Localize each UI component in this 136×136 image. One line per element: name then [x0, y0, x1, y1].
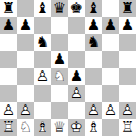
piece-black-pawn: ♟: [0, 17, 17, 34]
square-e5[interactable]: [68, 51, 85, 68]
square-d4[interactable]: ♞♘: [51, 68, 68, 85]
square-a2[interactable]: ♟♙: [0, 102, 17, 119]
piece-black-pawn: ♟: [85, 17, 102, 34]
square-c8[interactable]: ♝: [34, 0, 51, 17]
square-e4[interactable]: ♟: [68, 68, 85, 85]
square-a3[interactable]: [0, 85, 17, 102]
square-f8[interactable]: ♝: [85, 0, 102, 17]
square-g2[interactable]: ♟♙: [102, 102, 119, 119]
square-f3[interactable]: [85, 85, 102, 102]
piece-black-king: ♚: [68, 0, 85, 17]
square-e8[interactable]: ♚: [68, 0, 85, 17]
chess-board: ♜♝♛♚♝♜♟♟♟♟♟♞♞♟♟♙♞♘♟♟♙♟♙♟♙♟♙♟♙♟♙♜♖♞♘♝♗♛♕♚…: [0, 0, 136, 136]
piece-black-bishop: ♝: [85, 0, 102, 17]
square-b4[interactable]: [17, 68, 34, 85]
square-h3[interactable]: [119, 85, 136, 102]
piece-black-pawn: ♟: [51, 51, 68, 68]
square-e3[interactable]: ♟♙: [68, 85, 85, 102]
square-d1[interactable]: ♛♕: [51, 119, 68, 136]
square-g4[interactable]: [102, 68, 119, 85]
piece-black-pawn: ♟: [17, 17, 34, 34]
square-b2[interactable]: ♟♙: [17, 102, 34, 119]
square-e6[interactable]: [68, 34, 85, 51]
piece-black-pawn: ♟: [119, 17, 136, 34]
piece-white-pawn: ♟♙: [85, 102, 102, 119]
piece-black-knight: ♞: [34, 34, 51, 51]
piece-white-pawn: ♟♙: [34, 68, 51, 85]
square-g6[interactable]: [102, 34, 119, 51]
piece-white-pawn: ♟♙: [68, 85, 85, 102]
square-f1[interactable]: ♝♗: [85, 119, 102, 136]
square-g3[interactable]: [102, 85, 119, 102]
piece-black-queen: ♛: [51, 0, 68, 17]
square-b3[interactable]: [17, 85, 34, 102]
piece-white-pawn: ♟♙: [0, 102, 17, 119]
square-c5[interactable]: [34, 51, 51, 68]
square-d5[interactable]: ♟: [51, 51, 68, 68]
square-b6[interactable]: [17, 34, 34, 51]
square-b8[interactable]: [17, 0, 34, 17]
piece-black-rook: ♜: [119, 0, 136, 17]
piece-white-bishop: ♝♗: [34, 119, 51, 136]
piece-black-pawn: ♟: [68, 68, 85, 85]
piece-white-pawn: ♟♙: [119, 102, 136, 119]
square-h8[interactable]: ♜: [119, 0, 136, 17]
square-a1[interactable]: ♜♖: [0, 119, 17, 136]
piece-white-rook: ♜♖: [119, 119, 136, 136]
square-c6[interactable]: ♞: [34, 34, 51, 51]
square-e1[interactable]: ♚♔: [68, 119, 85, 136]
square-g1[interactable]: [102, 119, 119, 136]
square-a8[interactable]: ♜: [0, 0, 17, 17]
square-c2[interactable]: [34, 102, 51, 119]
square-h7[interactable]: ♟: [119, 17, 136, 34]
piece-white-knight: ♞♘: [17, 119, 34, 136]
square-h6[interactable]: [119, 34, 136, 51]
square-a6[interactable]: [0, 34, 17, 51]
square-h1[interactable]: ♜♖: [119, 119, 136, 136]
piece-white-queen: ♛♕: [51, 119, 68, 136]
square-f7[interactable]: ♟: [85, 17, 102, 34]
square-e7[interactable]: [68, 17, 85, 34]
square-d2[interactable]: [51, 102, 68, 119]
square-b5[interactable]: [17, 51, 34, 68]
square-f2[interactable]: ♟♙: [85, 102, 102, 119]
square-a5[interactable]: [0, 51, 17, 68]
square-b7[interactable]: ♟: [17, 17, 34, 34]
piece-white-king: ♚♔: [68, 119, 85, 136]
piece-white-bishop: ♝♗: [85, 119, 102, 136]
square-h5[interactable]: [119, 51, 136, 68]
piece-white-pawn: ♟♙: [102, 102, 119, 119]
square-d8[interactable]: ♛: [51, 0, 68, 17]
square-f5[interactable]: [85, 51, 102, 68]
square-h4[interactable]: [119, 68, 136, 85]
square-a4[interactable]: [0, 68, 17, 85]
piece-white-knight: ♞♘: [51, 68, 68, 85]
piece-white-rook: ♜♖: [0, 119, 17, 136]
square-g7[interactable]: ♟: [102, 17, 119, 34]
piece-black-pawn: ♟: [102, 17, 119, 34]
square-f6[interactable]: ♞: [85, 34, 102, 51]
square-b1[interactable]: ♞♘: [17, 119, 34, 136]
square-d3[interactable]: [51, 85, 68, 102]
piece-black-bishop: ♝: [34, 0, 51, 17]
square-g5[interactable]: [102, 51, 119, 68]
square-c1[interactable]: ♝♗: [34, 119, 51, 136]
square-c3[interactable]: [34, 85, 51, 102]
square-g8[interactable]: [102, 0, 119, 17]
square-h2[interactable]: ♟♙: [119, 102, 136, 119]
square-d6[interactable]: [51, 34, 68, 51]
square-c7[interactable]: [34, 17, 51, 34]
square-e2[interactable]: [68, 102, 85, 119]
piece-black-knight: ♞: [85, 34, 102, 51]
square-f4[interactable]: [85, 68, 102, 85]
piece-white-pawn: ♟♙: [17, 102, 34, 119]
square-d7[interactable]: [51, 17, 68, 34]
square-a7[interactable]: ♟: [0, 17, 17, 34]
square-c4[interactable]: ♟♙: [34, 68, 51, 85]
piece-black-rook: ♜: [0, 0, 17, 17]
